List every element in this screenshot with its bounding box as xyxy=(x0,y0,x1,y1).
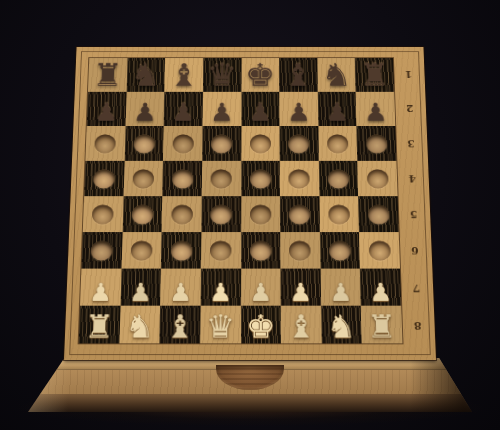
peg-hole xyxy=(133,134,154,153)
peg-hole xyxy=(328,204,350,223)
square-d6[interactable] xyxy=(201,232,241,268)
square-c2[interactable]: ♟ xyxy=(164,92,203,126)
square-g7[interactable]: ♟ xyxy=(320,269,361,306)
square-f5[interactable] xyxy=(280,196,320,232)
peg-hole xyxy=(93,169,115,188)
peg-hole xyxy=(366,134,388,153)
peg-hole xyxy=(210,240,232,260)
square-h6[interactable] xyxy=(359,232,400,268)
square-d4[interactable] xyxy=(202,161,241,196)
square-e5[interactable] xyxy=(241,196,281,232)
square-a5[interactable] xyxy=(83,196,124,232)
rank-numeral: 7 xyxy=(412,281,420,293)
rank-numeral: 1 xyxy=(405,69,413,80)
piece-light-rook[interactable]: ♜ xyxy=(367,310,397,342)
square-a1[interactable]: ♜ xyxy=(88,58,127,92)
photo-stage: ♜♞♝♛♚♝♞♜♟♟♟♟♟♟♟♟♟♟♟♟♟♟♟♟♜♞♝♛♚♝♞♜ 1234567… xyxy=(0,0,500,430)
peg-hole xyxy=(289,169,310,188)
square-g2[interactable]: ♟ xyxy=(318,92,357,126)
piece-light-queen[interactable]: ♛ xyxy=(206,310,236,342)
peg-hole xyxy=(211,134,232,153)
piece-light-pawn[interactable]: ♟ xyxy=(249,280,272,305)
square-c8[interactable]: ♝ xyxy=(160,306,201,344)
square-f6[interactable] xyxy=(280,232,320,268)
piece-light-pawn[interactable]: ♟ xyxy=(169,280,192,305)
piece-light-pawn[interactable]: ♟ xyxy=(329,280,352,305)
peg-hole xyxy=(170,240,192,260)
square-f8[interactable]: ♝ xyxy=(281,306,322,344)
peg-hole xyxy=(171,204,193,223)
rank-label-4: 4 xyxy=(399,161,425,197)
square-e4[interactable] xyxy=(241,161,280,196)
square-b4[interactable] xyxy=(123,161,163,196)
peg-hole xyxy=(95,134,117,153)
piece-dark-bishop[interactable]: ♝ xyxy=(283,60,314,91)
piece-light-pawn[interactable]: ♟ xyxy=(369,280,393,305)
piece-light-knight[interactable]: ♞ xyxy=(326,310,356,342)
piece-light-king[interactable]: ♚ xyxy=(246,310,275,342)
rank-numeral: 8 xyxy=(414,319,422,332)
square-b1[interactable]: ♞ xyxy=(126,58,165,92)
piece-dark-king[interactable]: ♚ xyxy=(245,60,275,91)
square-d7[interactable]: ♟ xyxy=(200,269,240,306)
rank-numeral: 5 xyxy=(410,208,418,220)
square-h1[interactable]: ♜ xyxy=(355,58,394,92)
peg-hole xyxy=(210,204,231,223)
piece-dark-queen[interactable]: ♛ xyxy=(207,60,237,91)
piece-dark-rook[interactable]: ♜ xyxy=(359,60,390,91)
chess-board: ♜♞♝♛♚♝♞♜♟♟♟♟♟♟♟♟♟♟♟♟♟♟♟♟♜♞♝♛♚♝♞♜ xyxy=(78,57,404,344)
piece-light-bishop[interactable]: ♝ xyxy=(286,310,316,342)
square-g4[interactable] xyxy=(319,161,359,196)
piece-dark-pawn[interactable]: ♟ xyxy=(133,101,157,126)
piece-dark-pawn[interactable]: ♟ xyxy=(287,101,311,126)
square-h7[interactable]: ♟ xyxy=(360,269,401,306)
square-e1[interactable]: ♚ xyxy=(241,58,279,92)
peg-hole xyxy=(329,240,351,260)
square-b5[interactable] xyxy=(122,196,162,232)
peg-hole xyxy=(327,134,348,153)
square-c4[interactable] xyxy=(162,161,202,196)
square-h5[interactable] xyxy=(358,196,398,232)
peg-hole xyxy=(250,169,271,188)
square-c3[interactable] xyxy=(163,126,202,161)
square-e6[interactable] xyxy=(241,232,281,268)
square-b8[interactable]: ♞ xyxy=(119,306,160,344)
square-g1[interactable]: ♞ xyxy=(317,58,356,92)
piece-light-knight[interactable]: ♞ xyxy=(125,310,155,342)
peg-hole xyxy=(132,204,154,223)
square-d2[interactable]: ♟ xyxy=(202,92,241,126)
peg-hole xyxy=(288,134,309,153)
peg-hole xyxy=(92,204,114,223)
piece-dark-knight[interactable]: ♞ xyxy=(130,60,161,91)
square-h3[interactable] xyxy=(357,126,397,161)
piece-light-pawn[interactable]: ♟ xyxy=(209,280,232,305)
square-f2[interactable]: ♟ xyxy=(279,92,318,126)
square-c7[interactable]: ♟ xyxy=(160,269,201,306)
rank-label-5: 5 xyxy=(400,196,427,232)
rank-label-1: 1 xyxy=(396,57,422,91)
square-e2[interactable]: ♟ xyxy=(241,92,280,126)
rank-numeral: 4 xyxy=(408,172,416,184)
square-g8[interactable]: ♞ xyxy=(321,306,362,344)
square-f1[interactable]: ♝ xyxy=(279,58,317,92)
square-d1[interactable]: ♛ xyxy=(203,58,241,92)
piece-dark-knight[interactable]: ♞ xyxy=(321,60,352,91)
peg-hole xyxy=(131,240,153,260)
piece-dark-pawn[interactable]: ♟ xyxy=(94,101,119,126)
square-c1[interactable]: ♝ xyxy=(165,58,204,92)
square-e8[interactable]: ♚ xyxy=(241,306,281,344)
piece-light-pawn[interactable]: ♟ xyxy=(289,280,312,305)
square-a3[interactable] xyxy=(85,126,125,161)
peg-hole xyxy=(289,240,311,260)
peg-hole xyxy=(91,240,113,260)
box-bottom-edge xyxy=(28,394,472,412)
peg-hole xyxy=(132,169,154,188)
square-b6[interactable] xyxy=(121,232,162,268)
square-f3[interactable] xyxy=(280,126,319,161)
peg-hole xyxy=(172,134,193,153)
square-c5[interactable] xyxy=(162,196,202,232)
piece-dark-pawn[interactable]: ♟ xyxy=(363,101,387,126)
square-c6[interactable] xyxy=(161,232,201,268)
peg-hole xyxy=(211,169,232,188)
rank-label-6: 6 xyxy=(402,232,429,269)
rank-numeral: 6 xyxy=(411,245,419,257)
piece-dark-rook[interactable]: ♜ xyxy=(92,60,123,91)
peg-hole xyxy=(368,204,390,223)
square-g5[interactable] xyxy=(319,196,359,232)
peg-hole xyxy=(172,169,193,188)
piece-dark-pawn[interactable]: ♟ xyxy=(210,101,234,126)
square-a2[interactable]: ♟ xyxy=(87,92,127,126)
piece-dark-pawn[interactable]: ♟ xyxy=(325,101,349,126)
piece-light-bishop[interactable]: ♝ xyxy=(165,310,195,342)
rank-label-3: 3 xyxy=(398,126,424,161)
square-a4[interactable] xyxy=(84,161,124,196)
square-a6[interactable] xyxy=(81,232,122,268)
square-f7[interactable]: ♟ xyxy=(281,269,321,306)
peg-hole xyxy=(369,240,391,260)
piece-dark-pawn[interactable]: ♟ xyxy=(248,101,272,126)
square-b7[interactable]: ♟ xyxy=(120,269,161,306)
square-d8[interactable]: ♛ xyxy=(200,306,241,344)
square-f4[interactable] xyxy=(280,161,319,196)
rank-numeral: 2 xyxy=(406,103,414,114)
box-front xyxy=(28,358,472,412)
piece-light-rook[interactable]: ♜ xyxy=(84,310,114,342)
square-d3[interactable] xyxy=(202,126,241,161)
piece-dark-bishop[interactable]: ♝ xyxy=(168,60,199,91)
square-h4[interactable] xyxy=(358,161,398,196)
peg-hole xyxy=(250,134,271,153)
square-g6[interactable] xyxy=(320,232,360,268)
peg-hole xyxy=(367,169,389,188)
peg-hole xyxy=(328,169,350,188)
square-h2[interactable]: ♟ xyxy=(356,92,395,126)
square-h8[interactable]: ♜ xyxy=(361,306,402,344)
rank-label-7: 7 xyxy=(403,269,430,306)
peg-hole xyxy=(250,204,271,223)
square-a8[interactable]: ♜ xyxy=(79,306,121,344)
square-e7[interactable]: ♟ xyxy=(241,269,281,306)
square-d5[interactable] xyxy=(201,196,241,232)
peg-hole xyxy=(289,204,311,223)
square-b3[interactable] xyxy=(124,126,164,161)
piece-light-pawn[interactable]: ♟ xyxy=(129,280,153,305)
rank-numeral: 3 xyxy=(407,137,415,149)
piece-dark-pawn[interactable]: ♟ xyxy=(171,101,195,126)
square-g3[interactable] xyxy=(318,126,357,161)
square-b2[interactable]: ♟ xyxy=(125,92,164,126)
peg-hole xyxy=(250,240,272,260)
square-a7[interactable]: ♟ xyxy=(80,269,121,306)
board-surface: ♜♞♝♛♚♝♞♜♟♟♟♟♟♟♟♟♟♟♟♟♟♟♟♟♜♞♝♛♚♝♞♜ 1234567… xyxy=(64,47,436,360)
piece-light-pawn[interactable]: ♟ xyxy=(89,280,113,305)
square-e3[interactable] xyxy=(241,126,280,161)
rank-label-2: 2 xyxy=(397,91,423,125)
rank-label-8: 8 xyxy=(404,306,431,344)
